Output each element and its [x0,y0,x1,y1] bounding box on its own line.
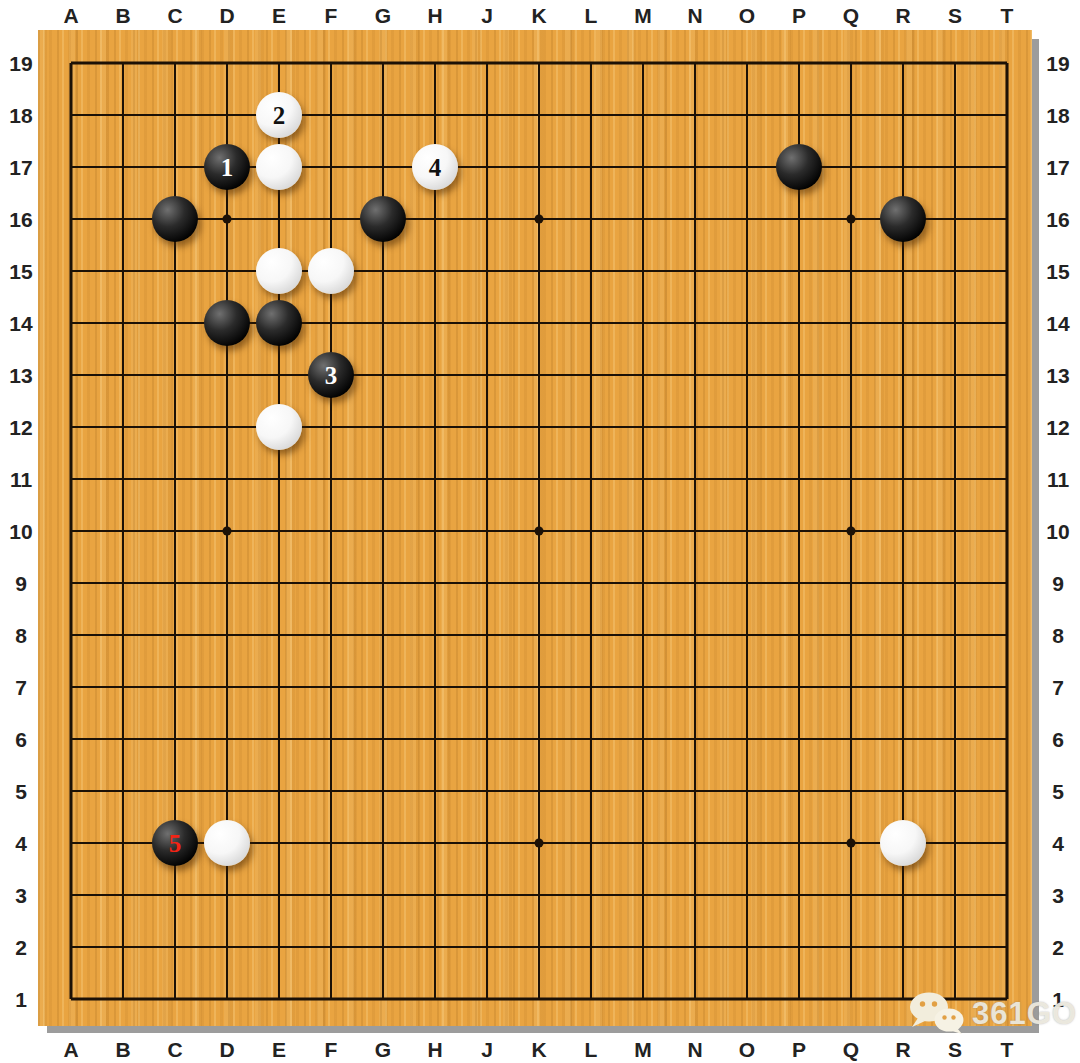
col-label-top-A: A [63,5,78,26]
stone-black-C16 [152,196,198,242]
row-label-left-11: 11 [10,469,32,490]
row-label-left-16: 16 [9,209,32,230]
stone-white-D4 [204,820,250,866]
move-number-3: 3 [325,363,338,388]
row-label-left-4: 4 [15,833,27,854]
row-label-right-14: 14 [1046,313,1069,334]
stone-black-R16 [880,196,926,242]
col-label-bottom-Q: Q [843,1039,859,1060]
col-label-bottom-M: M [634,1039,652,1060]
col-label-bottom-G: G [375,1039,391,1060]
row-label-left-1: 1 [15,989,27,1010]
row-label-right-10: 10 [1046,521,1069,542]
row-label-left-3: 3 [15,885,27,906]
col-label-top-C: C [167,5,182,26]
row-label-left-6: 6 [15,729,27,750]
stone-white-R4 [880,820,926,866]
move-number-4: 4 [429,155,442,180]
row-label-right-19: 19 [1046,53,1069,74]
row-label-left-2: 2 [15,937,27,958]
stone-white-E12 [256,404,302,450]
row-label-right-5: 5 [1052,781,1064,802]
col-label-top-F: F [325,5,338,26]
col-label-top-H: H [427,5,442,26]
row-label-right-17: 17 [1046,157,1069,178]
star-point-K10 [535,527,544,536]
star-point-K4 [535,839,544,848]
col-label-top-K: K [531,5,546,26]
row-label-right-4: 4 [1052,833,1064,854]
col-label-bottom-A: A [63,1039,78,1060]
stone-white-E15 [256,248,302,294]
row-label-right-8: 8 [1052,625,1064,646]
star-point-D10 [223,527,232,536]
col-label-bottom-T: T [1001,1039,1014,1060]
row-label-left-18: 18 [9,105,32,126]
star-point-K16 [535,215,544,224]
row-label-left-19: 19 [9,53,32,74]
row-label-right-16: 16 [1046,209,1069,230]
col-label-bottom-E: E [272,1039,286,1060]
go-board: 21435 [38,30,1032,1026]
row-label-left-15: 15 [9,261,32,282]
col-label-top-S: S [948,5,962,26]
col-label-bottom-R: R [895,1039,910,1060]
row-label-left-13: 13 [9,365,32,386]
stone-black-P17 [776,144,822,190]
row-label-right-13: 13 [1046,365,1069,386]
row-label-left-9: 9 [15,573,27,594]
col-label-bottom-L: L [585,1039,598,1060]
stone-black-F13: 3 [308,352,354,398]
row-label-left-14: 14 [9,313,32,334]
row-label-right-2: 2 [1052,937,1064,958]
watermark-text: 361GO [972,998,1077,1029]
stone-white-H17: 4 [412,144,458,190]
col-label-bottom-C: C [167,1039,182,1060]
row-label-right-12: 12 [1046,417,1069,438]
col-label-top-M: M [634,5,652,26]
row-label-left-5: 5 [15,781,27,802]
col-label-bottom-B: B [115,1039,130,1060]
col-label-top-O: O [739,5,755,26]
row-label-right-6: 6 [1052,729,1064,750]
row-label-right-7: 7 [1052,677,1064,698]
wechat-icon [906,992,968,1034]
stone-white-E18: 2 [256,92,302,138]
col-label-bottom-N: N [687,1039,702,1060]
row-label-left-12: 12 [9,417,32,438]
stone-black-G16 [360,196,406,242]
row-label-left-10: 10 [9,521,32,542]
stone-white-F15 [308,248,354,294]
stone-black-D17: 1 [204,144,250,190]
star-point-Q4 [847,839,856,848]
col-label-bottom-P: P [792,1039,806,1060]
page: ABCDEFGHJKLMNOPQRST ABCDEFGHJKLMNOPQRST … [0,0,1080,1063]
star-point-Q16 [847,215,856,224]
row-label-right-3: 3 [1052,885,1064,906]
row-label-right-9: 9 [1052,573,1064,594]
col-label-top-J: J [481,5,493,26]
star-point-D16 [223,215,232,224]
row-label-left-7: 7 [15,677,27,698]
col-label-bottom-S: S [948,1039,962,1060]
col-label-top-P: P [792,5,806,26]
col-label-top-T: T [1001,5,1014,26]
col-label-bottom-K: K [531,1039,546,1060]
board-grid [38,30,1032,1026]
col-label-top-Q: Q [843,5,859,26]
col-label-bottom-O: O [739,1039,755,1060]
col-label-bottom-H: H [427,1039,442,1060]
col-label-top-L: L [585,5,598,26]
col-label-bottom-F: F [325,1039,338,1060]
col-label-top-G: G [375,5,391,26]
stone-white-E17 [256,144,302,190]
watermark: 361GO [906,992,1077,1034]
move-number-5: 5 [169,831,182,856]
col-label-top-B: B [115,5,130,26]
row-label-right-11: 11 [1047,469,1069,490]
move-number-1: 1 [221,155,234,180]
col-label-top-R: R [895,5,910,26]
row-label-left-8: 8 [15,625,27,646]
col-label-top-E: E [272,5,286,26]
stone-black-D14 [204,300,250,346]
row-label-right-18: 18 [1046,105,1069,126]
stone-black-E14 [256,300,302,346]
col-label-top-N: N [687,5,702,26]
col-label-bottom-J: J [481,1039,493,1060]
row-label-left-17: 17 [9,157,32,178]
move-number-2: 2 [273,103,286,128]
star-point-Q10 [847,527,856,536]
col-label-bottom-D: D [219,1039,234,1060]
stone-black-C4: 5 [152,820,198,866]
row-label-right-15: 15 [1046,261,1069,282]
col-label-top-D: D [219,5,234,26]
